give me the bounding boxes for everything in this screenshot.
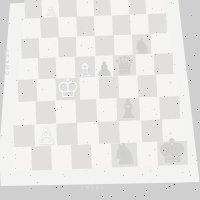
- square-d2[interactable]: [77, 122, 99, 146]
- square-f8[interactable]: [111, 0, 129, 15]
- square-b2[interactable]: ♙: [35, 123, 58, 147]
- square-g3[interactable]: [139, 97, 160, 120]
- black-queen-f5[interactable]: ♛: [113, 53, 136, 79]
- square-b4[interactable]: [36, 79, 56, 102]
- square-e5[interactable]: ♟: [94, 56, 113, 78]
- square-c2[interactable]: [56, 122, 78, 146]
- square-g4[interactable]: [137, 75, 157, 98]
- square-a8[interactable]: [24, 0, 42, 18]
- square-h8[interactable]: [145, 0, 163, 14]
- square-g1[interactable]: [137, 142, 158, 166]
- square-b5[interactable]: [37, 58, 56, 80]
- black-king-h1[interactable]: ♚: [157, 133, 188, 167]
- square-e7[interactable]: [94, 15, 113, 36]
- square-c3[interactable]: [56, 100, 77, 123]
- square-f7[interactable]: [112, 14, 131, 35]
- photo-scene: ♙♞♗♟♛♔♝♙♞♚ ◈ CHESS CHESS: [0, 0, 200, 200]
- board-brand-text-bottom: CHESS: [81, 184, 105, 191]
- square-c8[interactable]: [59, 0, 77, 17]
- square-h4[interactable]: [157, 74, 177, 97]
- square-d3[interactable]: [76, 99, 97, 122]
- white-king-c4[interactable]: ♔: [56, 75, 81, 103]
- square-a6[interactable]: [20, 38, 39, 59]
- square-b8[interactable]: ♙: [41, 0, 59, 18]
- square-g8[interactable]: [128, 0, 146, 14]
- square-e6[interactable]: [95, 35, 114, 56]
- square-a1[interactable]: [12, 147, 33, 171]
- square-f3[interactable]: ♝: [116, 98, 140, 121]
- board-grid: ♙♞♗♟♛♔♝♙♞♚: [0, 0, 200, 172]
- square-d7[interactable]: [76, 16, 95, 37]
- square-c1[interactable]: [51, 146, 72, 170]
- square-a7[interactable]: [22, 18, 41, 39]
- square-g5[interactable]: [135, 54, 154, 76]
- square-g7[interactable]: [130, 14, 149, 35]
- square-b1[interactable]: [32, 146, 53, 170]
- square-c6[interactable]: [58, 36, 77, 57]
- square-d8[interactable]: [76, 0, 94, 16]
- square-b3[interactable]: [36, 101, 57, 124]
- white-pawn-b2[interactable]: ♙: [35, 124, 58, 149]
- square-a5[interactable]: [19, 59, 38, 81]
- square-c4[interactable]: ♔: [56, 78, 81, 101]
- chess-board: ♙♞♗♟♛♔♝♙♞♚ ◈ CHESS CHESS: [0, 0, 200, 200]
- square-d6[interactable]: [76, 36, 95, 57]
- square-d1[interactable]: [71, 145, 92, 169]
- square-d4[interactable]: [80, 77, 100, 100]
- square-h3[interactable]: [159, 96, 180, 119]
- square-h7[interactable]: [148, 13, 167, 34]
- square-f5[interactable]: ♛: [113, 55, 136, 77]
- square-f1[interactable]: ♞: [111, 143, 138, 167]
- square-h6[interactable]: [151, 33, 170, 54]
- square-a2[interactable]: [14, 124, 36, 148]
- square-a3[interactable]: [15, 102, 36, 125]
- black-knight-f1[interactable]: ♞: [111, 139, 138, 169]
- square-b7[interactable]: [40, 17, 59, 38]
- board-brand-text-left: CHESS: [3, 47, 10, 75]
- black-bishop-f3[interactable]: ♝: [116, 96, 140, 122]
- square-h1[interactable]: ♚: [157, 141, 188, 166]
- square-e3[interactable]: [96, 99, 117, 122]
- square-b6[interactable]: [39, 37, 58, 58]
- square-e1[interactable]: [91, 144, 112, 168]
- square-a4[interactable]: [17, 80, 37, 103]
- square-c7[interactable]: [58, 16, 77, 37]
- square-h5[interactable]: [154, 53, 173, 75]
- square-e8[interactable]: [93, 0, 111, 16]
